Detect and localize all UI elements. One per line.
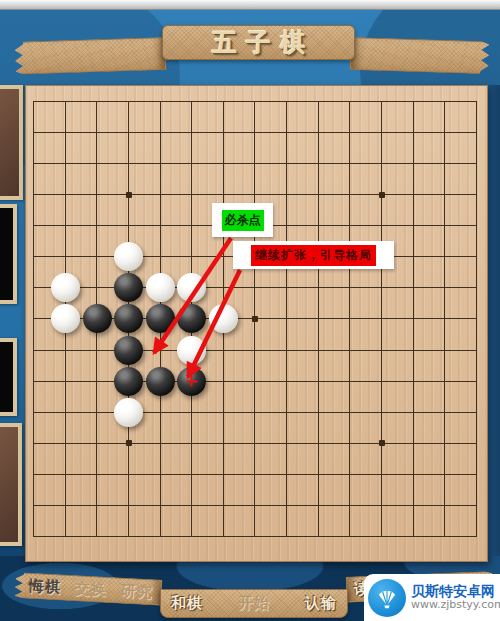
white-stone	[209, 304, 238, 333]
black-stone	[114, 273, 143, 302]
title-banner: 五子棋	[162, 25, 355, 60]
title-banner-right-wing	[349, 37, 489, 74]
star-point	[126, 192, 132, 198]
black-stone	[146, 304, 175, 333]
kill-point-label: 必杀点	[212, 203, 273, 237]
shell-logo-icon	[368, 579, 406, 617]
black-stone	[146, 367, 175, 396]
gomoku-app-window: 五子棋 必杀点 继续扩张，引导格局 悔棋 交换 研究 和棋 开始 认输 读	[0, 0, 500, 621]
toolbar-center-ribbon: 和棋 开始 认输	[160, 589, 348, 618]
swap-button[interactable]: 交换	[74, 579, 107, 600]
resign-button[interactable]: 认输	[305, 594, 337, 613]
site-watermark[interactable]: 贝斯特安卓网 www.zjbstyy.com	[364, 574, 500, 621]
white-stone	[51, 304, 80, 333]
stones-layer	[18, 86, 492, 552]
expand-strategy-label: 继续扩张，引导格局	[233, 241, 394, 269]
star-point	[379, 192, 385, 198]
window-top-strip	[0, 0, 500, 10]
last-move-marker	[186, 376, 197, 387]
research-button[interactable]: 研究	[120, 581, 153, 602]
draw-button[interactable]: 和棋	[171, 594, 203, 613]
star-point	[379, 440, 385, 446]
gomoku-board[interactable]	[25, 85, 488, 562]
white-stone	[114, 398, 143, 427]
undo-button[interactable]: 悔棋	[28, 576, 61, 597]
start-button[interactable]: 开始	[238, 594, 270, 613]
white-stone	[177, 273, 206, 302]
watermark-site-name: 贝斯特安卓网	[411, 584, 500, 599]
black-stone	[114, 367, 143, 396]
black-stone	[114, 304, 143, 333]
white-stone	[177, 336, 206, 365]
white-stone	[146, 273, 175, 302]
title-banner-left-wing	[15, 37, 167, 75]
expand-strategy-label-text: 继续扩张，引导格局	[251, 245, 376, 266]
black-stone	[114, 336, 143, 365]
app-title: 五子棋	[203, 26, 314, 59]
black-stone	[177, 304, 206, 333]
star-point	[252, 316, 258, 322]
black-stone	[177, 367, 206, 396]
watermark-text: 贝斯特安卓网 www.zjbstyy.com	[411, 584, 500, 611]
sidebar-frame-panel-1	[0, 204, 17, 304]
white-stone	[114, 242, 143, 271]
kill-point-label-text: 必杀点	[222, 210, 264, 231]
black-stone	[83, 304, 112, 333]
watermark-site-url: www.zjbstyy.com	[411, 599, 500, 611]
sidebar-frame-panel-2	[0, 338, 17, 416]
white-stone	[51, 273, 80, 302]
star-point	[126, 440, 132, 446]
